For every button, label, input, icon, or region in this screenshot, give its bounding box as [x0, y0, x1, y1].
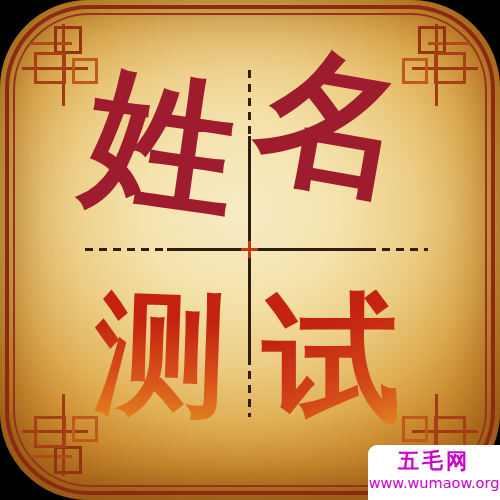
grid-vertical-dashed-bottom	[248, 357, 251, 417]
ornament-square	[54, 26, 82, 54]
grid-horizontal-solid-middle	[167, 248, 368, 251]
character-shi: 试	[258, 290, 406, 428]
watermark-site-url: www.wumaow.org	[368, 474, 500, 493]
ornament-square	[34, 52, 66, 84]
watermark-site-name: 五毛网	[368, 448, 500, 474]
grid-center-mark	[248, 241, 251, 258]
character-xing: 姓	[74, 58, 249, 228]
ornament-square	[434, 416, 466, 448]
character-ce: 测	[92, 286, 231, 423]
character-ming: 名	[246, 37, 406, 206]
ornament-square	[54, 446, 82, 474]
grid-horizontal-dashed-right	[368, 248, 428, 251]
ornament-square	[34, 416, 66, 448]
watermark: 五毛网 www.wumaow.org	[368, 445, 500, 500]
grid-horizontal-dashed-left	[85, 248, 167, 251]
ornament-square	[434, 52, 466, 84]
app-icon-canvas: 姓 名 测 试 五毛网 www.wumaow.org	[0, 0, 500, 500]
ornament-square	[418, 26, 446, 54]
